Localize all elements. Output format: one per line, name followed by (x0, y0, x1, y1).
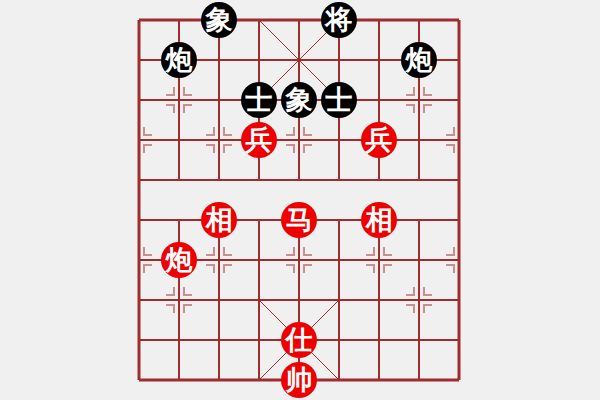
piece-black-general[interactable]: 将 (321, 2, 357, 38)
piece-black-cannon[interactable]: 炮 (401, 42, 437, 78)
piece-red-soldier[interactable]: 兵 (361, 122, 397, 158)
piece-black-elephant[interactable]: 象 (201, 2, 237, 38)
piece-black-advisor[interactable]: 士 (321, 82, 357, 118)
piece-red-elephant[interactable]: 相 (361, 202, 397, 238)
piece-black-elephant[interactable]: 象 (281, 82, 317, 118)
piece-black-cannon[interactable]: 炮 (161, 42, 197, 78)
piece-black-advisor[interactable]: 士 (241, 82, 277, 118)
piece-red-general[interactable]: 帅 (281, 362, 317, 398)
xiangqi-board[interactable]: 象将炮炮士象士兵兵相马相炮仕帅 (0, 0, 600, 400)
pieces-layer: 象将炮炮士象士兵兵相马相炮仕帅 (0, 0, 600, 400)
piece-red-elephant[interactable]: 相 (201, 202, 237, 238)
piece-red-cannon[interactable]: 炮 (161, 242, 197, 278)
piece-red-soldier[interactable]: 兵 (241, 122, 277, 158)
piece-red-advisor[interactable]: 仕 (281, 322, 317, 358)
piece-red-horse[interactable]: 马 (281, 202, 317, 238)
